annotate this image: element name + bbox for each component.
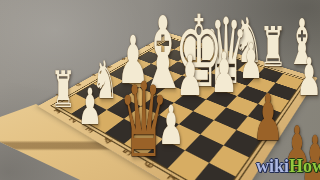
piece-white-pawn-b6[interactable]: ♟ — [210, 45, 238, 101]
watermark-wiki-text: wiki — [256, 156, 289, 176]
piece-black-queen-g4[interactable]: ♛ — [119, 69, 170, 172]
piece-white-rook-a8[interactable]: ♜ — [259, 20, 286, 75]
piece-white-rook-h1[interactable]: ♜ — [51, 65, 76, 115]
chess-photo-scene: 12345678 abcdefgh ♜♟♞♟♝♚♛♟♟♟♞♜♝♟♟♛♟♟♟ wi… — [0, 0, 320, 180]
piece-white-pawn-h2[interactable]: ♟ — [78, 82, 103, 132]
piece-white-pawn-c7[interactable]: ♟ — [296, 51, 320, 103]
wikihow-watermark: wikiHow — [256, 156, 320, 177]
watermark-how-text: How — [289, 156, 320, 176]
piece-black-pawn-d7[interactable]: ♟ — [252, 86, 284, 150]
